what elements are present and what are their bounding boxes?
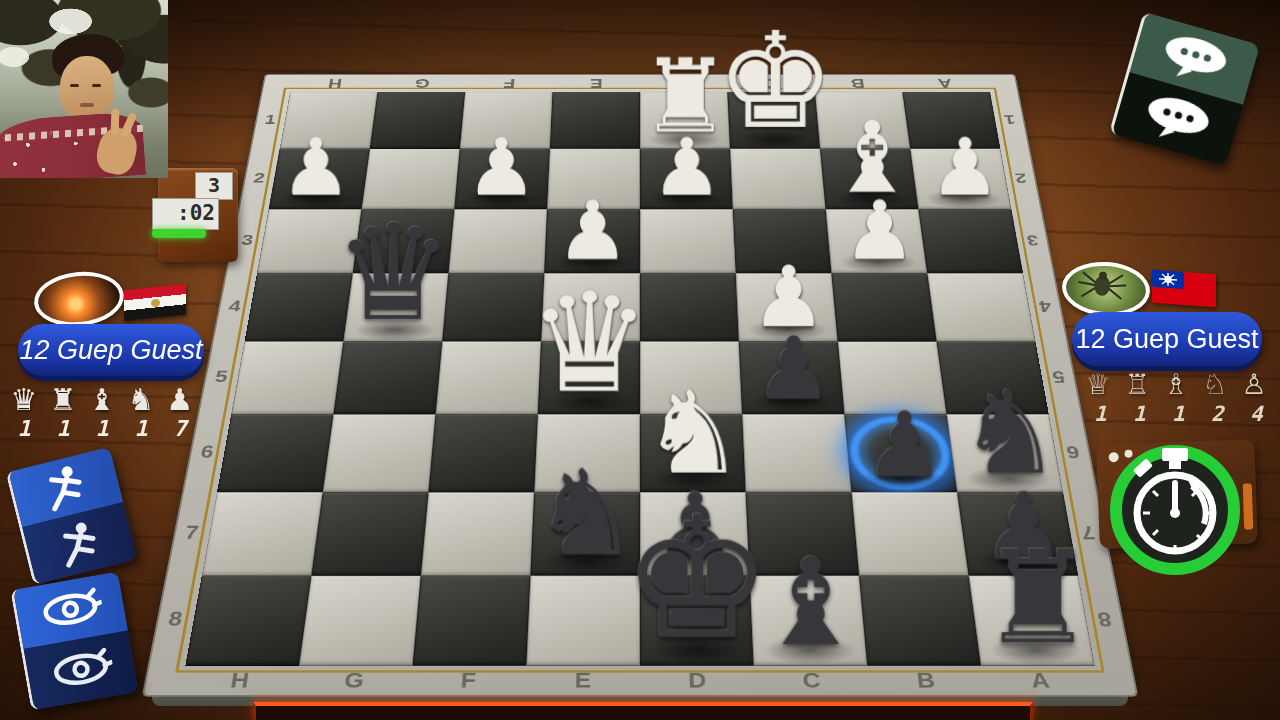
cell-h5[interactable] [231, 341, 343, 414]
cell-b7[interactable] [851, 492, 968, 576]
stopwatch-icon [1104, 436, 1246, 578]
cell-f2[interactable]: ♟ [454, 149, 550, 209]
right-tray-knight-count: 2 [1200, 402, 1238, 426]
webcam-overlay [0, 0, 168, 178]
left-tray-rook-count: 1 [46, 416, 84, 441]
board-scene: ♜♚♟♟♟♝♟♟♟♛♟♛♟♞♟♞♞♟♟♚♝♜ HGFEDCBAHGFEDCBA1… [144, 0, 1136, 695]
file-label-top-G: G [378, 76, 467, 90]
rank-label-left-1: 1 [257, 112, 283, 126]
cell-d2[interactable]: ♟ [640, 149, 733, 209]
left-tray-pawn-count: 7 [163, 416, 201, 441]
file-label-bottom-F: F [410, 669, 526, 693]
file-label-bottom-C: C [754, 669, 870, 693]
cell-a3[interactable] [918, 209, 1023, 273]
webcam-eye [92, 84, 101, 87]
right-tray-bishop-count: 1 [1161, 402, 1199, 426]
egypt-flag [124, 284, 186, 322]
chess-board: ♜♚♟♟♟♝♟♟♟♛♟♛♟♞♟♞♞♟♟♚♝♜ HGFEDCBAHGFEDCBA1… [144, 75, 1136, 695]
webcam-mouth [80, 103, 94, 107]
webcam-eye [70, 84, 79, 87]
rank-label-left-4: 4 [221, 298, 250, 315]
rank-label-right-6: 6 [1057, 442, 1088, 462]
spider-icon [1065, 263, 1139, 306]
left-player-name[interactable]: 12 Guep Guest [18, 324, 204, 376]
clock-period-display: 3 [195, 172, 233, 200]
file-label-bottom-H: H [180, 669, 298, 693]
file-label-bottom-E: E [525, 669, 640, 693]
file-label-bottom-G: G [295, 669, 412, 693]
cell-d8[interactable]: ♚ [640, 576, 754, 666]
board-grid: ♜♚♟♟♟♝♟♟♟♛♟♛♟♞♟♞♞♟♟♚♝♜ [185, 92, 1094, 665]
left-tray-knight-icon: ♞ [125, 382, 157, 417]
left-player-avatar[interactable] [31, 267, 126, 330]
left-tray-knight-count: 1 [124, 416, 162, 441]
rank-label-left-2: 2 [246, 170, 273, 185]
file-label-top-F: F [465, 76, 553, 90]
spectator-eye-die[interactable] [10, 571, 139, 710]
white-queen-e5[interactable]: ♛ [527, 274, 650, 412]
black-pawn-b6[interactable]: ♟ [864, 399, 945, 489]
rank-label-left-6: 6 [192, 442, 223, 462]
cell-b8[interactable] [859, 576, 981, 666]
turn-indicator-bar [152, 229, 206, 238]
black-queen-g4[interactable]: ♛ [333, 206, 452, 339]
left-captured-tray: ♛♜♝♞♟ [8, 382, 196, 417]
cell-g8[interactable] [299, 576, 421, 666]
cell-g5[interactable] [333, 341, 442, 414]
right-tray-rook-icon: ♖ [1121, 368, 1153, 401]
resign-runner-die[interactable] [6, 447, 138, 585]
left-tray-bishop-count: 1 [85, 416, 123, 441]
cell-b4[interactable] [832, 273, 937, 341]
file-label-bottom-D: D [640, 669, 755, 693]
black-king-d8[interactable]: ♚ [622, 494, 772, 662]
left-tray-queen-icon: ♛ [8, 382, 40, 417]
right-tray-queen-count: 1 [1083, 402, 1121, 426]
white-pawn-f2[interactable]: ♟ [465, 128, 536, 207]
cell-f6[interactable] [429, 414, 538, 492]
cell-g1[interactable] [370, 92, 465, 149]
chess-clock: 3 :02 [158, 168, 238, 262]
webcam-person-face [60, 56, 114, 120]
right-tray-queen-icon: ♕ [1082, 368, 1114, 401]
file-label-top-D: D [640, 76, 727, 90]
cell-d3[interactable] [640, 209, 736, 273]
cell-h6[interactable] [217, 414, 333, 492]
right-tray-knight-icon: ♘ [1199, 368, 1231, 401]
left-tray-queen-count: 1 [7, 416, 45, 441]
white-pawn-a2[interactable]: ♟ [929, 128, 1000, 207]
taiwan-flag [1152, 270, 1216, 307]
clock-time-display: :02 [152, 198, 219, 230]
cell-c8[interactable]: ♝ [750, 576, 868, 666]
cell-a2[interactable]: ♟ [910, 149, 1011, 209]
cell-h7[interactable] [202, 492, 323, 576]
left-tray-rook-icon: ♜ [47, 382, 79, 417]
file-label-bottom-B: B [868, 669, 985, 693]
rank-label-left-7: 7 [176, 522, 208, 543]
black-bishop-c8[interactable]: ♝ [756, 542, 864, 662]
rank-label-right-4: 4 [1031, 298, 1060, 315]
rank-label-right-3: 3 [1019, 232, 1047, 248]
cell-h8[interactable] [185, 576, 311, 666]
left-tray-pawn-icon: ♟ [164, 382, 196, 417]
cell-f8[interactable] [413, 576, 531, 666]
file-label-top-E: E [553, 76, 640, 90]
right-player-name[interactable]: 12 Guep Guest [1072, 312, 1262, 366]
cell-f7[interactable] [421, 492, 534, 576]
cell-a4[interactable] [927, 273, 1035, 341]
ad-banner[interactable] [253, 702, 1033, 720]
taiwan-sun-icon [1158, 272, 1178, 286]
file-label-bottom-A: A [981, 669, 1099, 693]
white-pawn-d2[interactable]: ♟ [651, 128, 722, 207]
white-pawn-b3[interactable]: ♟ [843, 189, 916, 271]
left-tray-bishop-icon: ♝ [86, 382, 118, 417]
cell-b3[interactable]: ♟ [826, 209, 928, 273]
stopwatch-timer-button[interactable] [1104, 436, 1246, 578]
cell-a8[interactable]: ♜ [969, 576, 1095, 666]
egypt-flag-eagle [151, 298, 160, 307]
cell-f5[interactable] [436, 341, 542, 414]
right-tray-rook-count: 1 [1122, 402, 1160, 426]
rank-label-left-8: 8 [159, 608, 192, 631]
file-label-top-C: C [727, 76, 815, 90]
right-tray-bishop-icon: ♗ [1160, 368, 1192, 401]
black-pawn-c5[interactable]: ♟ [754, 325, 832, 412]
right-tray-pawn-icon: ♙ [1238, 368, 1270, 401]
cell-e1[interactable] [550, 92, 640, 149]
rank-label-right-1: 1 [997, 112, 1023, 126]
file-label-top-A: A [900, 76, 989, 90]
cell-g7[interactable] [311, 492, 428, 576]
cell-c5[interactable]: ♟ [739, 341, 845, 414]
cell-c1[interactable]: ♚ [727, 92, 820, 149]
rank-label-left-5: 5 [207, 368, 237, 386]
cell-g6[interactable] [323, 414, 436, 492]
cell-g4[interactable]: ♛ [343, 273, 448, 341]
cell-b6[interactable]: ♟ [844, 414, 957, 492]
rank-label-right-2: 2 [1007, 170, 1034, 185]
cell-d4[interactable] [640, 273, 739, 341]
rank-label-right-5: 5 [1044, 368, 1074, 386]
right-tray-pawn-count: 4 [1239, 402, 1277, 426]
file-label-top-B: B [814, 76, 903, 90]
white-pawn-e3[interactable]: ♟ [556, 189, 629, 271]
cell-e5[interactable]: ♛ [538, 341, 640, 414]
file-label-top-H: H [290, 76, 379, 90]
left-tray-counts: 11117 [7, 416, 201, 441]
cell-c2[interactable] [730, 149, 826, 209]
right-captured-tray: ♕♖♗♘♙ [1082, 368, 1270, 401]
webcam-finger [111, 109, 120, 135]
right-tray-counts: 11124 [1083, 402, 1277, 426]
rank-label-right-8: 8 [1088, 608, 1121, 631]
black-rook-a8[interactable]: ♜ [980, 534, 1095, 662]
